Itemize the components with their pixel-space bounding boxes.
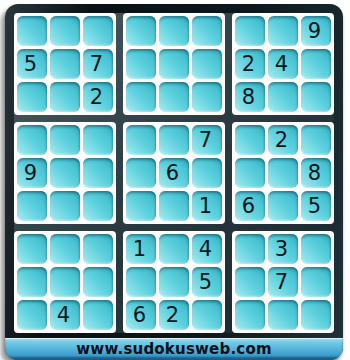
cell-r8c5[interactable] xyxy=(159,267,189,297)
cell-r5c4[interactable] xyxy=(126,158,156,188)
cell-r8c2[interactable] xyxy=(50,267,80,297)
cell-r1c5[interactable] xyxy=(159,16,189,46)
cell-r6c9[interactable]: 5 xyxy=(301,191,331,221)
cell-r2c5[interactable] xyxy=(159,49,189,79)
cell-r5c9[interactable]: 8 xyxy=(301,158,331,188)
box-5: 761 xyxy=(123,122,225,224)
cell-r6c1[interactable] xyxy=(17,191,47,221)
box-7: 4 xyxy=(14,231,116,333)
cell-r4c3[interactable] xyxy=(83,125,113,155)
cell-r7c6[interactable]: 4 xyxy=(192,234,222,264)
cell-r1c7[interactable] xyxy=(235,16,265,46)
cell-r9c7[interactable] xyxy=(235,300,265,330)
cell-r1c4[interactable] xyxy=(126,16,156,46)
cell-r3c6[interactable] xyxy=(192,82,222,112)
cell-r1c8[interactable] xyxy=(268,16,298,46)
cell-r7c2[interactable] xyxy=(50,234,80,264)
cell-r2c3[interactable]: 7 xyxy=(83,49,113,79)
cell-r9c4[interactable]: 6 xyxy=(126,300,156,330)
cell-r4c8[interactable]: 2 xyxy=(268,125,298,155)
cell-r9c5[interactable]: 2 xyxy=(159,300,189,330)
cell-r2c6[interactable] xyxy=(192,49,222,79)
cell-r7c8[interactable]: 3 xyxy=(268,234,298,264)
cell-r1c2[interactable] xyxy=(50,16,80,46)
box-9: 37 xyxy=(232,231,334,333)
cell-r3c1[interactable] xyxy=(17,82,47,112)
cell-r8c4[interactable] xyxy=(126,267,156,297)
board-frame: 57292489761286541456237 xyxy=(5,4,343,338)
cell-r8c8[interactable]: 7 xyxy=(268,267,298,297)
cell-r2c2[interactable] xyxy=(50,49,80,79)
cell-r4c2[interactable] xyxy=(50,125,80,155)
cell-r1c3[interactable] xyxy=(83,16,113,46)
cell-r9c8[interactable] xyxy=(268,300,298,330)
cell-r7c5[interactable] xyxy=(159,234,189,264)
cell-r4c4[interactable] xyxy=(126,125,156,155)
box-8: 14562 xyxy=(123,231,225,333)
cell-r2c1[interactable]: 5 xyxy=(17,49,47,79)
cell-r7c9[interactable] xyxy=(301,234,331,264)
sudoku-card: 57292489761286541456237 www.sudokusweb.c… xyxy=(5,4,343,360)
sudoku-page: 57292489761286541456237 www.sudokusweb.c… xyxy=(0,0,350,360)
cell-r8c9[interactable] xyxy=(301,267,331,297)
cell-r4c1[interactable] xyxy=(17,125,47,155)
cell-r8c6[interactable]: 5 xyxy=(192,267,222,297)
cell-r8c7[interactable] xyxy=(235,267,265,297)
box-1: 572 xyxy=(14,13,116,115)
cell-r5c2[interactable] xyxy=(50,158,80,188)
cell-r8c1[interactable] xyxy=(17,267,47,297)
cell-r1c9[interactable]: 9 xyxy=(301,16,331,46)
cell-r3c8[interactable] xyxy=(268,82,298,112)
cell-r9c9[interactable] xyxy=(301,300,331,330)
cell-r6c2[interactable] xyxy=(50,191,80,221)
box-6: 2865 xyxy=(232,122,334,224)
cell-r3c2[interactable] xyxy=(50,82,80,112)
sudoku-board: 57292489761286541456237 xyxy=(14,13,334,333)
cell-r5c7[interactable] xyxy=(235,158,265,188)
cell-r4c6[interactable]: 7 xyxy=(192,125,222,155)
cell-r9c1[interactable] xyxy=(17,300,47,330)
cell-r4c7[interactable] xyxy=(235,125,265,155)
box-3: 9248 xyxy=(232,13,334,115)
cell-r4c9[interactable] xyxy=(301,125,331,155)
cell-r5c6[interactable] xyxy=(192,158,222,188)
cell-r3c7[interactable]: 8 xyxy=(235,82,265,112)
cell-r7c4[interactable]: 1 xyxy=(126,234,156,264)
cell-r9c6[interactable] xyxy=(192,300,222,330)
cell-r4c5[interactable] xyxy=(159,125,189,155)
box-4: 9 xyxy=(14,122,116,224)
cell-r6c7[interactable]: 6 xyxy=(235,191,265,221)
cell-r6c5[interactable] xyxy=(159,191,189,221)
cell-r1c1[interactable] xyxy=(17,16,47,46)
box-2 xyxy=(123,13,225,115)
cell-r3c3[interactable]: 2 xyxy=(83,82,113,112)
cell-r7c3[interactable] xyxy=(83,234,113,264)
cell-r2c9[interactable] xyxy=(301,49,331,79)
cell-r6c3[interactable] xyxy=(83,191,113,221)
cell-r8c3[interactable] xyxy=(83,267,113,297)
cell-r3c4[interactable] xyxy=(126,82,156,112)
cell-r3c5[interactable] xyxy=(159,82,189,112)
cell-r2c8[interactable]: 4 xyxy=(268,49,298,79)
cell-r1c6[interactable] xyxy=(192,16,222,46)
cell-r7c7[interactable] xyxy=(235,234,265,264)
cell-r5c1[interactable]: 9 xyxy=(17,158,47,188)
cell-r3c9[interactable] xyxy=(301,82,331,112)
cell-r5c8[interactable] xyxy=(268,158,298,188)
cell-r9c3[interactable] xyxy=(83,300,113,330)
cell-r6c6[interactable]: 1 xyxy=(192,191,222,221)
cell-r2c4[interactable] xyxy=(126,49,156,79)
cell-r5c3[interactable] xyxy=(83,158,113,188)
cell-r6c8[interactable] xyxy=(268,191,298,221)
cell-r7c1[interactable] xyxy=(17,234,47,264)
site-url-label: www.sudokusweb.com xyxy=(76,340,271,358)
cell-r2c7[interactable]: 2 xyxy=(235,49,265,79)
cell-r5c5[interactable]: 6 xyxy=(159,158,189,188)
cell-r6c4[interactable] xyxy=(126,191,156,221)
cell-r9c2[interactable]: 4 xyxy=(50,300,80,330)
site-link[interactable]: www.sudokusweb.com xyxy=(5,338,343,360)
